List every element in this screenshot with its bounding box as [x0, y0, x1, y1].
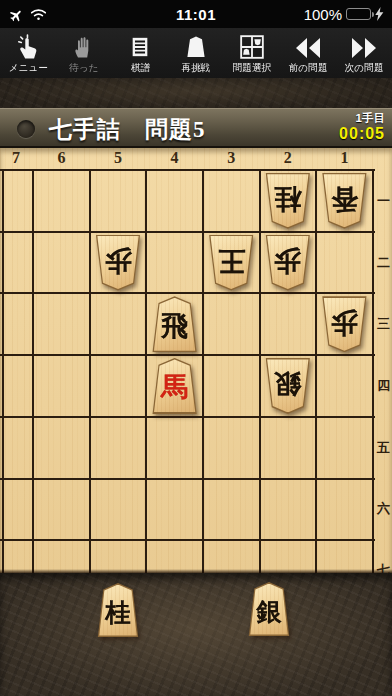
- file-label-4: 4: [160, 149, 190, 167]
- toolbar-button-label: 待った: [69, 62, 98, 75]
- timer: 00:05: [339, 125, 385, 143]
- file-label-2: 2: [273, 149, 303, 167]
- grid-line-horizontal: [0, 539, 375, 541]
- toolbar-button-0[interactable]: メニュー: [0, 28, 56, 78]
- battery-percent: 100%: [304, 6, 342, 23]
- toolbar-button-label: メニュー: [8, 62, 47, 75]
- rank-label-5: 五: [374, 439, 392, 457]
- wifi-icon: [30, 8, 47, 21]
- toolbar-button-4[interactable]: 問題選択: [224, 28, 280, 78]
- rank-label-4: 四: [374, 377, 392, 395]
- indicator-led: [17, 120, 35, 138]
- problem-title: 七手詰 問題5: [49, 114, 206, 145]
- rank-label-3: 三: [374, 315, 392, 333]
- rank-label-2: 二: [374, 254, 392, 272]
- grid-line-horizontal: [0, 231, 375, 233]
- toolbar-button-3[interactable]: 再挑戦: [168, 28, 224, 78]
- grid-line-horizontal: [0, 292, 375, 294]
- toolbar-button-label: 前の問題: [289, 62, 328, 75]
- shogi-board[interactable]: 7654321一二三四五六七桂香歩王歩飛歩馬銀: [0, 148, 392, 573]
- problem-header: 七手詰 問題5 1手目 00:05: [0, 108, 392, 148]
- wait-hand-icon: [72, 32, 96, 60]
- toolbar: メニュー 待った 棋譜 再挑戦 問題選択 前の問題 次の問題: [0, 28, 392, 78]
- shogi-piece-gote-21[interactable]: 桂: [265, 173, 311, 229]
- shogi-piece-sente-44[interactable]: 馬: [152, 358, 198, 414]
- hand-piece-0[interactable]: 桂: [97, 583, 139, 637]
- shogi-piece-sente-43[interactable]: 飛: [152, 296, 198, 352]
- toolbar-button-label: 棋譜: [130, 62, 149, 75]
- rank-label-6: 六: [374, 500, 392, 518]
- tap-hand-icon: [15, 32, 41, 60]
- toolbar-button-label: 問題選択: [233, 62, 272, 75]
- shogi-piece-gote-32[interactable]: 王: [208, 235, 254, 291]
- hand-piece-tray: 桂銀: [0, 573, 392, 696]
- battery-icon: [346, 8, 371, 20]
- retry-piece-icon: [184, 32, 208, 60]
- file-label-5: 5: [103, 149, 133, 167]
- clock-time: 11:01: [128, 6, 264, 23]
- shogi-app-screen: { "status_bar": { "time": "11:01", "batt…: [0, 0, 392, 696]
- grid-line-horizontal: [0, 354, 375, 356]
- move-counter: 1手目: [339, 112, 385, 125]
- grid-line-horizontal: [0, 478, 375, 480]
- charging-bolt-icon: [375, 7, 384, 21]
- kifu-document-icon: [129, 32, 151, 60]
- next-double-arrow-icon: [350, 32, 378, 60]
- shogi-piece-gote-52[interactable]: 歩: [95, 235, 141, 291]
- status-bar: 11:01 100%: [0, 0, 392, 28]
- grid-line-horizontal: [0, 169, 375, 171]
- file-label-6: 6: [46, 149, 76, 167]
- rank-label-7: 七: [374, 562, 392, 573]
- toolbar-button-2[interactable]: 棋譜: [112, 28, 168, 78]
- shogi-piece-gote-22[interactable]: 歩: [265, 235, 311, 291]
- file-label-7: 7: [1, 149, 31, 167]
- toolbar-button-6[interactable]: 次の問題: [336, 28, 392, 78]
- shogi-piece-gote-11[interactable]: 香: [321, 173, 367, 229]
- toolbar-button-1[interactable]: 待った: [56, 28, 112, 78]
- file-label-1: 1: [329, 149, 359, 167]
- toolbar-button-label: 再挑戦: [182, 62, 211, 75]
- background-texture-top: [0, 78, 392, 108]
- toolbar-button-label: 次の問題: [345, 62, 384, 75]
- grid-line-horizontal: [0, 416, 375, 418]
- hand-piece-1[interactable]: 銀: [248, 582, 290, 636]
- rank-label-1: 一: [374, 192, 392, 210]
- airplane-mode-icon: [5, 3, 26, 24]
- shogi-piece-gote-13[interactable]: 歩: [321, 296, 367, 352]
- toolbar-button-5[interactable]: 前の問題: [280, 28, 336, 78]
- problem-select-grid-icon: [239, 32, 265, 60]
- shogi-piece-gote-24[interactable]: 銀: [265, 358, 311, 414]
- prev-double-arrow-icon: [294, 32, 322, 60]
- file-label-3: 3: [216, 149, 246, 167]
